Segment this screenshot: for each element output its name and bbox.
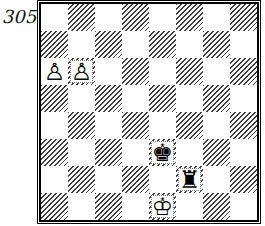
square-c7 — [95, 31, 122, 58]
square-e3: ♚ — [149, 139, 176, 166]
square-e4 — [149, 112, 176, 139]
square-c1 — [95, 193, 122, 220]
square-h6 — [230, 58, 257, 85]
square-c6 — [95, 58, 122, 85]
square-a7 — [41, 31, 68, 58]
square-h3 — [230, 139, 257, 166]
square-f7 — [176, 31, 203, 58]
piece-white-pawn: ♙ — [68, 58, 95, 85]
square-c8 — [95, 4, 122, 31]
square-a2 — [41, 166, 68, 193]
square-b5 — [68, 85, 95, 112]
square-f6 — [176, 58, 203, 85]
square-a8 — [41, 4, 68, 31]
square-h7 — [230, 31, 257, 58]
piece-black-king: ♚ — [149, 139, 176, 166]
square-d1 — [122, 193, 149, 220]
square-b7 — [68, 31, 95, 58]
square-f5 — [176, 85, 203, 112]
chessboard: ♙♙♚♜♔ — [39, 2, 259, 222]
square-f8 — [176, 4, 203, 31]
chessboard-frame: ♙♙♚♜♔ — [37, 0, 261, 224]
square-a6: ♙ — [41, 58, 68, 85]
square-d3 — [122, 139, 149, 166]
square-b8 — [68, 4, 95, 31]
square-d4 — [122, 112, 149, 139]
square-h1 — [230, 193, 257, 220]
piece-black-rook: ♜ — [176, 166, 203, 193]
square-d7 — [122, 31, 149, 58]
square-e2 — [149, 166, 176, 193]
square-f4 — [176, 112, 203, 139]
square-a1 — [41, 193, 68, 220]
square-g2 — [203, 166, 230, 193]
square-g6 — [203, 58, 230, 85]
square-g1 — [203, 193, 230, 220]
square-e5 — [149, 85, 176, 112]
square-a4 — [41, 112, 68, 139]
square-h8 — [230, 4, 257, 31]
square-a3 — [41, 139, 68, 166]
square-f3 — [176, 139, 203, 166]
square-g7 — [203, 31, 230, 58]
square-d2 — [122, 166, 149, 193]
square-e1: ♔ — [149, 193, 176, 220]
square-g5 — [203, 85, 230, 112]
chess-diagram: 305 ♙♙♚♜♔ — [0, 0, 265, 226]
piece-white-pawn: ♙ — [41, 58, 68, 85]
square-d8 — [122, 4, 149, 31]
square-d5 — [122, 85, 149, 112]
square-c5 — [95, 85, 122, 112]
square-a5 — [41, 85, 68, 112]
piece-white-king: ♔ — [149, 193, 176, 220]
square-e7 — [149, 31, 176, 58]
problem-number: 305 — [1, 6, 37, 27]
square-b4 — [68, 112, 95, 139]
square-b2 — [68, 166, 95, 193]
square-c4 — [95, 112, 122, 139]
square-h5 — [230, 85, 257, 112]
square-f1 — [176, 193, 203, 220]
square-b1 — [68, 193, 95, 220]
square-h2 — [230, 166, 257, 193]
square-c2 — [95, 166, 122, 193]
square-e8 — [149, 4, 176, 31]
square-g8 — [203, 4, 230, 31]
square-c3 — [95, 139, 122, 166]
square-g3 — [203, 139, 230, 166]
square-d6 — [122, 58, 149, 85]
square-h4 — [230, 112, 257, 139]
square-f2: ♜ — [176, 166, 203, 193]
square-b6: ♙ — [68, 58, 95, 85]
square-e6 — [149, 58, 176, 85]
square-b3 — [68, 139, 95, 166]
square-g4 — [203, 112, 230, 139]
